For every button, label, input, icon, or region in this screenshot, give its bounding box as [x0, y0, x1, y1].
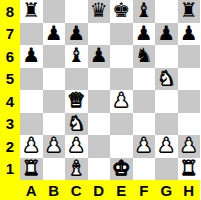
- border-corner: [0, 180, 20, 200]
- square-a5[interactable]: [20, 68, 43, 91]
- square-a2[interactable]: ♟: [20, 135, 43, 158]
- piece-black-queen-d8[interactable]: ♛: [90, 0, 108, 22]
- square-e1[interactable]: ♚: [110, 158, 133, 181]
- square-e8[interactable]: ♚: [110, 0, 133, 23]
- file-label-g: G: [155, 180, 178, 200]
- square-h4[interactable]: [178, 90, 201, 113]
- square-g5[interactable]: ♞: [155, 68, 178, 91]
- rank-label-5: 5: [0, 68, 20, 91]
- file-labels: ABCDEFGH: [20, 180, 200, 200]
- square-g1[interactable]: [155, 158, 178, 181]
- square-e6[interactable]: [110, 45, 133, 68]
- piece-black-rook-h8[interactable]: ♜: [180, 0, 198, 22]
- square-d3[interactable]: [88, 113, 111, 136]
- file-label-b: B: [43, 180, 66, 200]
- square-e4[interactable]: ♟: [110, 90, 133, 113]
- square-h8[interactable]: ♜: [178, 0, 201, 23]
- square-d1[interactable]: [88, 158, 111, 181]
- square-e5[interactable]: [110, 68, 133, 91]
- square-f5[interactable]: [133, 68, 156, 91]
- square-e3[interactable]: [110, 113, 133, 136]
- square-d8[interactable]: ♛: [88, 0, 111, 23]
- piece-white-pawn-h2[interactable]: ♟: [180, 134, 198, 157]
- file-label-h: H: [178, 180, 201, 200]
- square-g4[interactable]: [155, 90, 178, 113]
- rank-label-4: 4: [0, 90, 20, 113]
- square-g6[interactable]: [155, 45, 178, 68]
- chess-diagram: 87654321 ♜♛♚♝♜♟♟♟♟♟♟♝♟♞♞♛♟♞♟♟♟♟♟♟♜♝♚♜ AB…: [0, 0, 200, 200]
- rank-label-6: 6: [0, 45, 20, 68]
- piece-white-king-e1[interactable]: ♚: [112, 157, 130, 180]
- square-b2[interactable]: ♟: [43, 135, 66, 158]
- square-c2[interactable]: ♟: [65, 135, 88, 158]
- square-c3[interactable]: ♞: [65, 113, 88, 136]
- piece-white-pawn-g2[interactable]: ♟: [157, 134, 175, 157]
- square-d4[interactable]: [88, 90, 111, 113]
- square-d7[interactable]: [88, 23, 111, 46]
- square-h7[interactable]: ♟: [178, 23, 201, 46]
- square-c5[interactable]: [65, 68, 88, 91]
- square-b4[interactable]: [43, 90, 66, 113]
- chess-board: ♜♛♚♝♜♟♟♟♟♟♟♝♟♞♞♛♟♞♟♟♟♟♟♟♜♝♚♜: [20, 0, 200, 180]
- file-label-f: F: [133, 180, 156, 200]
- piece-black-bishop-c6[interactable]: ♝: [67, 44, 85, 67]
- square-b8[interactable]: [43, 0, 66, 23]
- square-d5[interactable]: [88, 68, 111, 91]
- square-f1[interactable]: [133, 158, 156, 181]
- square-h5[interactable]: [178, 68, 201, 91]
- piece-white-pawn-f2[interactable]: ♟: [135, 134, 153, 157]
- square-f4[interactable]: [133, 90, 156, 113]
- rank-label-7: 7: [0, 23, 20, 46]
- square-b5[interactable]: [43, 68, 66, 91]
- piece-black-bishop-f8[interactable]: ♝: [135, 0, 153, 22]
- piece-black-pawn-a6[interactable]: ♟: [22, 44, 40, 67]
- square-f3[interactable]: [133, 113, 156, 136]
- rank-labels: 87654321: [0, 0, 20, 180]
- square-e7[interactable]: [110, 23, 133, 46]
- square-b7[interactable]: ♟: [43, 23, 66, 46]
- square-g3[interactable]: [155, 113, 178, 136]
- piece-white-rook-a1[interactable]: ♜: [22, 157, 40, 180]
- rank-label-2: 2: [0, 135, 20, 158]
- square-f8[interactable]: ♝: [133, 0, 156, 23]
- square-g7[interactable]: ♟: [155, 23, 178, 46]
- square-c7[interactable]: ♟: [65, 23, 88, 46]
- square-c4[interactable]: ♛: [65, 90, 88, 113]
- piece-white-knight-c3[interactable]: ♞: [67, 112, 85, 135]
- piece-white-pawn-a2[interactable]: ♟: [22, 134, 40, 157]
- square-d6[interactable]: ♟: [88, 45, 111, 68]
- piece-black-pawn-c7[interactable]: ♟: [67, 22, 85, 45]
- piece-black-pawn-d6[interactable]: ♟: [90, 44, 108, 67]
- square-c6[interactable]: ♝: [65, 45, 88, 68]
- piece-black-pawn-h7[interactable]: ♟: [180, 22, 198, 45]
- square-d2[interactable]: [88, 135, 111, 158]
- piece-white-queen-c4[interactable]: ♛: [67, 89, 85, 112]
- square-g8[interactable]: [155, 0, 178, 23]
- square-f7[interactable]: ♟: [133, 23, 156, 46]
- piece-white-pawn-b2[interactable]: ♟: [45, 134, 63, 157]
- rank-label-1: 1: [0, 158, 20, 181]
- square-g2[interactable]: ♟: [155, 135, 178, 158]
- square-a8[interactable]: ♜: [20, 0, 43, 23]
- piece-black-knight-f6[interactable]: ♞: [135, 44, 153, 67]
- file-label-e: E: [110, 180, 133, 200]
- square-h2[interactable]: ♟: [178, 135, 201, 158]
- square-h1[interactable]: ♜: [178, 158, 201, 181]
- file-label-a: A: [20, 180, 43, 200]
- square-f6[interactable]: ♞: [133, 45, 156, 68]
- square-b6[interactable]: [43, 45, 66, 68]
- piece-white-knight-g5[interactable]: ♞: [157, 67, 175, 90]
- piece-white-rook-h1[interactable]: ♜: [180, 157, 198, 180]
- square-h6[interactable]: [178, 45, 201, 68]
- square-b1[interactable]: [43, 158, 66, 181]
- square-c1[interactable]: ♝: [65, 158, 88, 181]
- piece-black-king-e8[interactable]: ♚: [112, 0, 130, 22]
- piece-black-rook-a8[interactable]: ♜: [22, 0, 40, 22]
- piece-black-pawn-g7[interactable]: ♟: [157, 22, 175, 45]
- file-label-c: C: [65, 180, 88, 200]
- square-a7[interactable]: [20, 23, 43, 46]
- square-e2[interactable]: [110, 135, 133, 158]
- square-a6[interactable]: ♟: [20, 45, 43, 68]
- square-a1[interactable]: ♜: [20, 158, 43, 181]
- square-a4[interactable]: [20, 90, 43, 113]
- piece-black-pawn-f7[interactable]: ♟: [135, 22, 153, 45]
- file-label-d: D: [88, 180, 111, 200]
- rank-label-3: 3: [0, 113, 20, 136]
- piece-white-pawn-c2[interactable]: ♟: [67, 134, 85, 157]
- square-c8[interactable]: [65, 0, 88, 23]
- square-f2[interactable]: ♟: [133, 135, 156, 158]
- piece-white-pawn-e4[interactable]: ♟: [112, 89, 130, 112]
- rank-label-8: 8: [0, 0, 20, 23]
- square-a3[interactable]: [20, 113, 43, 136]
- square-b3[interactable]: [43, 113, 66, 136]
- piece-white-bishop-c1[interactable]: ♝: [67, 157, 85, 180]
- piece-black-pawn-b7[interactable]: ♟: [45, 22, 63, 45]
- square-h3[interactable]: [178, 113, 201, 136]
